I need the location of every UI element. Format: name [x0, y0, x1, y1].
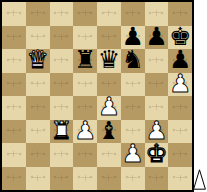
board-side-margin: [194, 0, 207, 192]
square-g1[interactable]: [145, 167, 169, 191]
square-h4[interactable]: [168, 96, 192, 120]
square-c8[interactable]: [50, 2, 74, 26]
square-g6[interactable]: [145, 49, 169, 73]
white-king: ♚: [145, 142, 167, 165]
square-b1[interactable]: [26, 167, 50, 191]
square-f4[interactable]: [121, 96, 145, 120]
square-b6[interactable]: ♛: [26, 49, 50, 73]
square-a4[interactable]: [2, 96, 26, 120]
black-bishop: ♝: [98, 119, 120, 142]
square-c5[interactable]: [50, 73, 74, 97]
square-e8[interactable]: [97, 2, 121, 26]
square-b2[interactable]: [26, 143, 50, 167]
white-to-move-icon: [193, 169, 206, 190]
white-pawn: ♟: [74, 119, 96, 142]
square-f1[interactable]: [121, 167, 145, 191]
square-f2[interactable]: ♟: [121, 143, 145, 167]
white-queen: ♛: [26, 48, 48, 71]
square-d2[interactable]: [73, 143, 97, 167]
square-c6[interactable]: [50, 49, 74, 73]
square-c2[interactable]: [50, 143, 74, 167]
square-a2[interactable]: [2, 143, 26, 167]
black-rook: ♜: [74, 48, 96, 71]
square-g5[interactable]: [145, 73, 169, 97]
black-pawn: ♟: [145, 25, 167, 48]
square-c3[interactable]: ♜: [50, 120, 74, 144]
square-g2[interactable]: ♚: [145, 143, 169, 167]
square-a5[interactable]: [2, 73, 26, 97]
square-a6[interactable]: [2, 49, 26, 73]
black-knight: ♞: [121, 48, 143, 71]
square-b4[interactable]: [26, 96, 50, 120]
square-b8[interactable]: [26, 2, 50, 26]
square-c1[interactable]: [50, 167, 74, 191]
square-f5[interactable]: [121, 73, 145, 97]
square-a3[interactable]: [2, 120, 26, 144]
square-e2[interactable]: [97, 143, 121, 167]
square-d1[interactable]: [73, 167, 97, 191]
black-queen: ♛: [98, 48, 120, 71]
square-f6[interactable]: ♞: [121, 49, 145, 73]
square-d6[interactable]: ♜: [73, 49, 97, 73]
square-h2[interactable]: [168, 143, 192, 167]
square-a1[interactable]: [2, 167, 26, 191]
square-h5[interactable]: ♟: [168, 73, 192, 97]
square-d3[interactable]: ♟: [73, 120, 97, 144]
square-b3[interactable]: [26, 120, 50, 144]
square-a7[interactable]: [2, 26, 26, 50]
square-b5[interactable]: [26, 73, 50, 97]
square-h3[interactable]: [168, 120, 192, 144]
square-d5[interactable]: [73, 73, 97, 97]
white-rook: ♜: [50, 119, 72, 142]
square-e1[interactable]: [97, 167, 121, 191]
square-d8[interactable]: [73, 2, 97, 26]
square-e3[interactable]: ♝: [97, 120, 121, 144]
white-pawn: ♟: [121, 142, 143, 165]
square-g7[interactable]: ♟: [145, 26, 169, 50]
chess-board: ♟♟♚♛♜♛♞♟♟♟♜♟♝♟♟♚: [0, 0, 194, 192]
square-h1[interactable]: [168, 167, 192, 191]
white-pawn: ♟: [169, 72, 191, 95]
square-e6[interactable]: ♛: [97, 49, 121, 73]
square-a8[interactable]: [2, 2, 26, 26]
square-c7[interactable]: [50, 26, 74, 50]
